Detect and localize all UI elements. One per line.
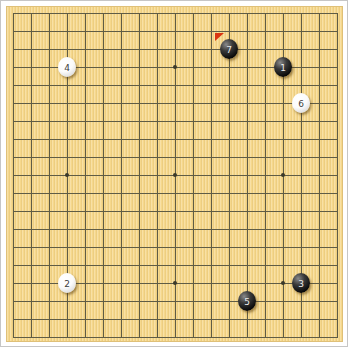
star-point	[173, 281, 177, 285]
star-point-cell	[166, 166, 184, 184]
intersections-grid: 1234567	[4, 4, 346, 346]
point-D4: 2	[58, 274, 76, 292]
star-point-cell	[274, 274, 292, 292]
star-point-cell	[58, 166, 76, 184]
stone-number: 3	[298, 274, 304, 294]
stone-black-3: 3	[292, 273, 310, 293]
star-point	[281, 173, 285, 177]
stone-number: 2	[64, 274, 70, 294]
stone-white-2: 2	[58, 273, 76, 293]
point-R14: 6	[292, 94, 310, 112]
stone-number: 7	[226, 40, 232, 60]
star-point-cell	[166, 274, 184, 292]
diagram-frame: 1234567	[0, 0, 348, 347]
point-O3: 5	[238, 292, 256, 310]
stone-white-6: 6	[292, 93, 310, 113]
point-N17: 7	[220, 40, 238, 58]
star-point	[173, 65, 177, 69]
point-Q16: 1	[274, 58, 292, 76]
star-point-cell	[274, 166, 292, 184]
stone-number: 6	[298, 94, 304, 114]
point-R4: 3	[292, 274, 310, 292]
star-point-cell	[166, 58, 184, 76]
stone-black-1: 1	[274, 57, 292, 77]
stone-white-4: 4	[58, 57, 76, 77]
star-point	[281, 281, 285, 285]
stone-black-7: 7	[220, 39, 238, 59]
stone-number: 4	[64, 58, 70, 78]
point-D16: 4	[58, 58, 76, 76]
go-board[interactable]: 1234567	[6, 6, 343, 342]
stone-number: 5	[244, 292, 250, 312]
last-move-triangle-icon	[215, 33, 224, 41]
stone-number: 1	[280, 58, 286, 78]
star-point	[65, 173, 69, 177]
star-point	[173, 173, 177, 177]
stone-black-5: 5	[238, 291, 256, 311]
